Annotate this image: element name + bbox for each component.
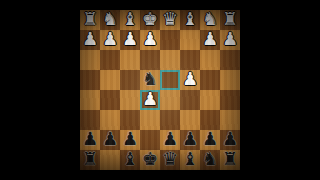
chess-board: ♜♞♝♚♛♝♞♜♟♟♟♟♟♟♞♟♟♟♟♟♟♟♟♟♜♝♚♛♝♞♜ — [80, 10, 240, 170]
square-c8[interactable]: ♝ — [180, 150, 200, 170]
black-queen: ♛ — [160, 149, 180, 169]
square-h4[interactable] — [80, 70, 100, 90]
square-b2[interactable]: ♟ — [200, 30, 220, 50]
black-pawn: ♟ — [180, 129, 200, 149]
white-bishop: ♝ — [120, 9, 140, 29]
white-pawn: ♟ — [200, 29, 220, 49]
square-c2[interactable] — [180, 30, 200, 50]
black-bishop: ♝ — [120, 149, 140, 169]
square-c5[interactable] — [180, 90, 200, 110]
square-d1[interactable]: ♛ — [160, 10, 180, 30]
square-g7[interactable]: ♟ — [100, 130, 120, 150]
square-e5[interactable]: ♟ — [140, 90, 160, 110]
square-c4[interactable]: ♟ — [180, 70, 200, 90]
white-pawn: ♟ — [80, 29, 100, 49]
black-pawn: ♟ — [220, 129, 240, 149]
square-g2[interactable]: ♟ — [100, 30, 120, 50]
square-d3[interactable] — [160, 50, 180, 70]
square-h2[interactable]: ♟ — [80, 30, 100, 50]
black-knight: ♞ — [200, 149, 220, 169]
square-a5[interactable] — [220, 90, 240, 110]
black-pawn: ♟ — [100, 129, 120, 149]
white-pawn: ♟ — [100, 29, 120, 49]
square-e2[interactable]: ♟ — [140, 30, 160, 50]
square-f5[interactable] — [120, 90, 140, 110]
black-pawn: ♟ — [200, 129, 220, 149]
square-b3[interactable] — [200, 50, 220, 70]
square-a2[interactable]: ♟ — [220, 30, 240, 50]
white-pawn: ♟ — [180, 69, 200, 89]
black-pawn: ♟ — [160, 129, 180, 149]
square-h8[interactable]: ♜ — [80, 150, 100, 170]
square-b5[interactable] — [200, 90, 220, 110]
white-bishop: ♝ — [180, 9, 200, 29]
black-pawn: ♟ — [120, 129, 140, 149]
square-f4[interactable] — [120, 70, 140, 90]
square-g5[interactable] — [100, 90, 120, 110]
black-rook: ♜ — [220, 149, 240, 169]
square-b8[interactable]: ♞ — [200, 150, 220, 170]
square-g8[interactable] — [100, 150, 120, 170]
black-pawn: ♟ — [80, 129, 100, 149]
black-bishop: ♝ — [180, 149, 200, 169]
white-queen: ♛ — [160, 9, 180, 29]
black-king: ♚ — [140, 149, 160, 169]
white-pawn: ♟ — [140, 29, 160, 49]
white-rook: ♜ — [220, 9, 240, 29]
square-d2[interactable] — [160, 30, 180, 50]
square-f2[interactable]: ♟ — [120, 30, 140, 50]
square-f8[interactable]: ♝ — [120, 150, 140, 170]
white-pawn: ♟ — [140, 89, 160, 109]
black-knight: ♞ — [140, 69, 160, 89]
square-a4[interactable] — [220, 70, 240, 90]
white-pawn: ♟ — [220, 29, 240, 49]
square-h3[interactable] — [80, 50, 100, 70]
white-king: ♚ — [140, 9, 160, 29]
square-b4[interactable] — [200, 70, 220, 90]
white-knight: ♞ — [100, 9, 120, 29]
white-rook: ♜ — [80, 9, 100, 29]
square-g3[interactable] — [100, 50, 120, 70]
square-c1[interactable]: ♝ — [180, 10, 200, 30]
black-rook: ♜ — [80, 149, 100, 169]
square-d4[interactable] — [160, 70, 180, 90]
white-knight: ♞ — [200, 9, 220, 29]
app-background: ♜♞♝♚♛♝♞♜♟♟♟♟♟♟♞♟♟♟♟♟♟♟♟♟♜♝♚♛♝♞♜ — [0, 0, 320, 180]
square-e8[interactable]: ♚ — [140, 150, 160, 170]
square-d5[interactable] — [160, 90, 180, 110]
white-pawn: ♟ — [120, 29, 140, 49]
square-g4[interactable] — [100, 70, 120, 90]
square-h5[interactable] — [80, 90, 100, 110]
square-f3[interactable] — [120, 50, 140, 70]
square-a3[interactable] — [220, 50, 240, 70]
square-d8[interactable]: ♛ — [160, 150, 180, 170]
square-a8[interactable]: ♜ — [220, 150, 240, 170]
square-e6[interactable] — [140, 110, 160, 130]
